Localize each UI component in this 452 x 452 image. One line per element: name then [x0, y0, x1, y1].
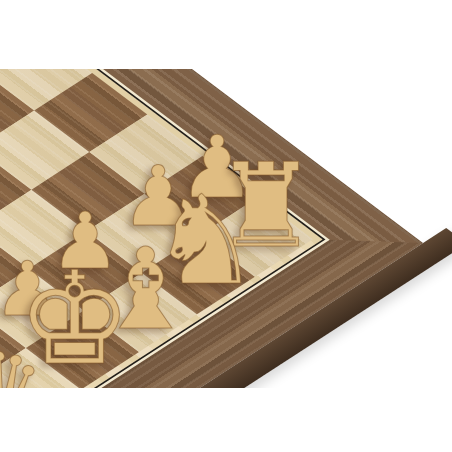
- product-photo: ♟♟♜♟♞♟♝♚♛: [0, 0, 452, 452]
- photo-area: ♟♟♜♟♞♟♝♚♛: [0, 69, 452, 388]
- board-frame: [0, 69, 423, 388]
- chessboard: [0, 69, 423, 388]
